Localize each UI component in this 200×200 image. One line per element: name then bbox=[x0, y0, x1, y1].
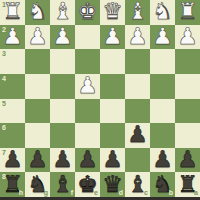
piece-black-knight[interactable]: ♞ bbox=[152, 173, 173, 196]
file-label-a: a bbox=[194, 189, 198, 196]
square-b4[interactable] bbox=[150, 74, 175, 99]
square-b5[interactable] bbox=[150, 99, 175, 124]
page-background-strip bbox=[0, 197, 200, 200]
square-c3[interactable] bbox=[125, 49, 150, 74]
file-label-e: e bbox=[94, 189, 98, 196]
square-g7[interactable]: ♟ bbox=[25, 148, 50, 173]
piece-black-pawn[interactable]: ♟ bbox=[102, 148, 123, 171]
square-g5[interactable] bbox=[25, 99, 50, 124]
square-h6[interactable]: 6 bbox=[0, 123, 25, 148]
piece-black-bishop[interactable]: ♝ bbox=[127, 173, 148, 196]
rank-label-7: 7 bbox=[2, 149, 6, 156]
piece-black-pawn[interactable]: ♟ bbox=[27, 148, 48, 171]
piece-white-pawn[interactable]: ♟ bbox=[102, 25, 123, 48]
file-label-b: b bbox=[169, 189, 173, 196]
rank-label-5: 5 bbox=[2, 100, 6, 107]
square-f3[interactable] bbox=[50, 49, 75, 74]
rank-label-8: 8 bbox=[2, 173, 6, 180]
square-d5[interactable] bbox=[100, 99, 125, 124]
square-e1[interactable]: ♚ bbox=[75, 0, 100, 25]
square-c5[interactable] bbox=[125, 99, 150, 124]
square-c8[interactable]: ♝c bbox=[125, 172, 150, 197]
square-b3[interactable] bbox=[150, 49, 175, 74]
square-h7[interactable]: ♟7 bbox=[0, 148, 25, 173]
square-d3[interactable] bbox=[100, 49, 125, 74]
piece-black-pawn[interactable]: ♟ bbox=[152, 148, 173, 171]
piece-white-pawn[interactable]: ♟ bbox=[27, 25, 48, 48]
piece-white-bishop[interactable]: ♝ bbox=[127, 0, 148, 23]
piece-white-knight[interactable]: ♞ bbox=[152, 0, 173, 23]
piece-white-pawn[interactable]: ♟ bbox=[152, 25, 173, 48]
piece-white-rook[interactable]: ♜ bbox=[2, 0, 23, 23]
rank-label-1: 1 bbox=[2, 1, 6, 8]
square-h3[interactable]: 3 bbox=[0, 49, 25, 74]
square-g1[interactable]: ♞ bbox=[25, 0, 50, 25]
square-d4[interactable] bbox=[100, 74, 125, 99]
square-g8[interactable]: ♞g bbox=[25, 172, 50, 197]
square-a2[interactable]: ♟ bbox=[175, 25, 200, 50]
piece-white-rook[interactable]: ♜ bbox=[177, 0, 198, 23]
square-g2[interactable]: ♟ bbox=[25, 25, 50, 50]
square-d1[interactable]: ♛ bbox=[100, 0, 125, 25]
file-label-h: h bbox=[19, 189, 23, 196]
square-f7[interactable]: ♟ bbox=[50, 148, 75, 173]
file-label-g: g bbox=[44, 189, 48, 196]
square-e6[interactable] bbox=[75, 123, 100, 148]
square-f6[interactable] bbox=[50, 123, 75, 148]
piece-white-king[interactable]: ♚ bbox=[77, 0, 98, 23]
file-label-c: c bbox=[144, 189, 148, 196]
square-h8[interactable]: ♜8h bbox=[0, 172, 25, 197]
square-b7[interactable]: ♟ bbox=[150, 148, 175, 173]
square-d8[interactable]: ♛d bbox=[100, 172, 125, 197]
rank-label-3: 3 bbox=[2, 50, 6, 57]
square-c1[interactable]: ♝ bbox=[125, 0, 150, 25]
square-a5[interactable] bbox=[175, 99, 200, 124]
piece-black-bishop[interactable]: ♝ bbox=[52, 173, 73, 196]
square-d6[interactable] bbox=[100, 123, 125, 148]
square-a4[interactable] bbox=[175, 74, 200, 99]
rank-label-6: 6 bbox=[2, 124, 6, 131]
square-b6[interactable] bbox=[150, 123, 175, 148]
piece-black-pawn[interactable]: ♟ bbox=[177, 148, 198, 171]
square-b2[interactable]: ♟ bbox=[150, 25, 175, 50]
square-h1[interactable]: ♜1 bbox=[0, 0, 25, 25]
square-b8[interactable]: ♞b bbox=[150, 172, 175, 197]
square-a3[interactable] bbox=[175, 49, 200, 74]
piece-white-bishop[interactable]: ♝ bbox=[52, 0, 73, 23]
piece-black-rook[interactable]: ♜ bbox=[177, 173, 198, 196]
piece-white-pawn[interactable]: ♟ bbox=[52, 25, 73, 48]
file-label-f: f bbox=[71, 189, 73, 196]
square-c6[interactable]: ♟ bbox=[125, 123, 150, 148]
piece-black-pawn[interactable]: ♟ bbox=[127, 123, 148, 146]
square-f2[interactable]: ♟ bbox=[50, 25, 75, 50]
piece-white-pawn[interactable]: ♟ bbox=[77, 74, 98, 97]
piece-white-pawn[interactable]: ♟ bbox=[127, 25, 148, 48]
square-e3[interactable] bbox=[75, 49, 100, 74]
square-c2[interactable]: ♟ bbox=[125, 25, 150, 50]
square-e2[interactable] bbox=[75, 25, 100, 50]
square-c4[interactable] bbox=[125, 74, 150, 99]
file-label-d: d bbox=[119, 189, 123, 196]
square-e8[interactable]: ♚e bbox=[75, 172, 100, 197]
square-a6[interactable] bbox=[175, 123, 200, 148]
piece-black-rook[interactable]: ♜ bbox=[2, 173, 23, 196]
square-g4[interactable] bbox=[25, 74, 50, 99]
piece-white-queen[interactable]: ♛ bbox=[102, 0, 123, 23]
square-a7[interactable]: ♟ bbox=[175, 148, 200, 173]
square-f1[interactable]: ♝ bbox=[50, 0, 75, 25]
square-f5[interactable] bbox=[50, 99, 75, 124]
square-h4[interactable]: 4 bbox=[0, 74, 25, 99]
piece-black-pawn[interactable]: ♟ bbox=[52, 148, 73, 171]
piece-white-pawn[interactable]: ♟ bbox=[177, 25, 198, 48]
square-g3[interactable] bbox=[25, 49, 50, 74]
piece-black-queen[interactable]: ♛ bbox=[102, 173, 123, 196]
square-e7[interactable]: ♟ bbox=[75, 148, 100, 173]
piece-white-knight[interactable]: ♞ bbox=[27, 0, 48, 23]
square-g6[interactable] bbox=[25, 123, 50, 148]
chess-board: ♜1♞♝♚♛♝♞♜♟2♟♟♟♟♟♟34♟56♟♟7♟♟♟♟♟♟♜8h♞g♝f♚e… bbox=[0, 0, 200, 197]
piece-black-pawn[interactable]: ♟ bbox=[2, 148, 23, 171]
square-e5[interactable] bbox=[75, 99, 100, 124]
piece-black-pawn[interactable]: ♟ bbox=[77, 148, 98, 171]
square-h5[interactable]: 5 bbox=[0, 99, 25, 124]
piece-black-king[interactable]: ♚ bbox=[77, 173, 98, 196]
square-a8[interactable]: ♜a bbox=[175, 172, 200, 197]
square-f8[interactable]: ♝f bbox=[50, 172, 75, 197]
square-d2[interactable]: ♟ bbox=[100, 25, 125, 50]
square-c7[interactable] bbox=[125, 148, 150, 173]
piece-black-knight[interactable]: ♞ bbox=[27, 173, 48, 196]
square-d7[interactable]: ♟ bbox=[100, 148, 125, 173]
square-b1[interactable]: ♞ bbox=[150, 0, 175, 25]
rank-label-4: 4 bbox=[2, 75, 6, 82]
square-f4[interactable] bbox=[50, 74, 75, 99]
rank-label-2: 2 bbox=[2, 26, 6, 33]
piece-white-pawn[interactable]: ♟ bbox=[2, 25, 23, 48]
square-e4[interactable]: ♟ bbox=[75, 74, 100, 99]
square-a1[interactable]: ♜ bbox=[175, 0, 200, 25]
square-h2[interactable]: ♟2 bbox=[0, 25, 25, 50]
